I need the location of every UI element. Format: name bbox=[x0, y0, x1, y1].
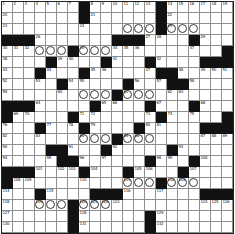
cell-r6c17[interactable] bbox=[178, 57, 189, 68]
cell-r8c10[interactable] bbox=[101, 79, 112, 90]
cell-r5c18[interactable]: 37 bbox=[189, 46, 200, 57]
cell-r2c6[interactable] bbox=[57, 13, 68, 24]
cell-r15c15[interactable]: 98 bbox=[156, 156, 167, 167]
cell-r11c19[interactable] bbox=[200, 112, 211, 123]
cell-r8c7[interactable]: 54 bbox=[68, 79, 79, 90]
cell-r5c17[interactable] bbox=[178, 46, 189, 57]
cell-r16c13[interactable]: 105 bbox=[134, 167, 145, 178]
cell-r1c14[interactable]: 13 bbox=[145, 2, 156, 13]
cell-r20c3[interactable] bbox=[24, 211, 35, 222]
cell-r16c19[interactable] bbox=[200, 167, 211, 178]
cell-r2c11[interactable] bbox=[112, 13, 123, 24]
cell-r7c6[interactable] bbox=[57, 68, 68, 79]
cell-r20c6[interactable] bbox=[57, 211, 68, 222]
cell-r21c16[interactable] bbox=[167, 222, 178, 233]
cell-r2c3[interactable] bbox=[24, 13, 35, 24]
cell-r8c5[interactable] bbox=[46, 79, 57, 90]
cell-r3c21[interactable] bbox=[222, 24, 233, 35]
cell-r15c20[interactable] bbox=[211, 156, 222, 167]
cell-r21c2[interactable] bbox=[13, 222, 24, 233]
cell-r4c20[interactable] bbox=[211, 35, 222, 46]
cell-r7c2[interactable] bbox=[13, 68, 24, 79]
cell-r4c19[interactable]: 29 bbox=[200, 35, 211, 46]
cell-r1c3[interactable]: 3 bbox=[24, 2, 35, 13]
cell-r20c17[interactable] bbox=[178, 211, 189, 222]
cell-r8c21[interactable] bbox=[222, 79, 233, 90]
cell-r7c19[interactable]: 49 bbox=[200, 68, 211, 79]
cell-r2c19[interactable] bbox=[200, 13, 211, 24]
cell-r17c5[interactable] bbox=[46, 178, 57, 189]
cell-r9c1[interactable]: 59 bbox=[2, 90, 13, 101]
cell-r13c7[interactable] bbox=[68, 134, 79, 145]
cell-r14c14[interactable] bbox=[145, 145, 156, 156]
cell-r20c8[interactable]: 128 bbox=[79, 211, 90, 222]
cell-r8c8[interactable]: 55 bbox=[79, 79, 90, 90]
cell-r6c1[interactable]: 38 bbox=[2, 57, 13, 68]
cell-r6c8[interactable] bbox=[79, 57, 90, 68]
cell-r2c9[interactable]: 21 bbox=[90, 13, 101, 24]
cell-r15c21[interactable] bbox=[222, 156, 233, 167]
cell-r11c17[interactable] bbox=[178, 112, 189, 123]
cell-r21c12[interactable] bbox=[123, 222, 134, 233]
cell-r8c18[interactable]: 58 bbox=[189, 79, 200, 90]
cell-r21c18[interactable] bbox=[189, 222, 200, 233]
cell-r20c11[interactable] bbox=[112, 211, 123, 222]
cell-r3c11[interactable] bbox=[112, 24, 123, 35]
cell-r11c13[interactable] bbox=[134, 112, 145, 123]
cell-r11c11[interactable] bbox=[112, 112, 123, 123]
cell-r21c8[interactable]: 131 bbox=[79, 222, 90, 233]
cell-r8c15[interactable]: 57 bbox=[156, 79, 167, 90]
cell-r5c16[interactable] bbox=[167, 46, 178, 57]
cell-r19c2[interactable] bbox=[13, 200, 24, 211]
cell-r2c5[interactable] bbox=[46, 13, 57, 24]
cell-r6c16[interactable] bbox=[167, 57, 178, 68]
cell-r20c4[interactable] bbox=[35, 211, 46, 222]
cell-r19c3[interactable] bbox=[24, 200, 35, 211]
cell-r19c12[interactable] bbox=[123, 200, 134, 211]
cell-r18c1[interactable]: 114 bbox=[2, 189, 13, 200]
cell-r2c4[interactable] bbox=[35, 13, 46, 24]
cell-r10c4[interactable]: 64 bbox=[35, 101, 46, 112]
cell-r1c2[interactable]: 2 bbox=[13, 2, 24, 13]
cell-r14c21[interactable] bbox=[222, 145, 233, 156]
cell-r15c9[interactable] bbox=[90, 156, 101, 167]
cell-r17c6[interactable] bbox=[57, 178, 68, 189]
circled-cell-r17c18[interactable] bbox=[189, 178, 200, 189]
cell-r6c12[interactable] bbox=[123, 57, 134, 68]
cell-r9c15[interactable] bbox=[156, 90, 167, 101]
cell-r1c12[interactable]: 11 bbox=[123, 2, 134, 13]
cell-r5c20[interactable] bbox=[211, 46, 222, 57]
cell-r1c4[interactable]: 4 bbox=[35, 2, 46, 13]
cell-r3c2[interactable] bbox=[13, 24, 24, 35]
cell-r13c5[interactable] bbox=[46, 134, 57, 145]
cell-r17c9[interactable] bbox=[90, 178, 101, 189]
cell-r20c19[interactable] bbox=[200, 211, 211, 222]
cell-r5c12[interactable]: 35 bbox=[123, 46, 134, 57]
cell-r20c13[interactable] bbox=[134, 211, 145, 222]
cell-r6c15[interactable]: 42 bbox=[156, 57, 167, 68]
circled-cell-r9c12[interactable]: 61 bbox=[123, 90, 134, 101]
cell-r17c2[interactable]: 108 bbox=[13, 178, 24, 189]
circled-cell-r17c13[interactable] bbox=[134, 178, 145, 189]
cell-r18c3[interactable] bbox=[24, 189, 35, 200]
cell-r9c20[interactable] bbox=[211, 90, 222, 101]
cell-r11c9[interactable]: 72 bbox=[90, 112, 101, 123]
cell-r13c3[interactable] bbox=[24, 134, 35, 145]
cell-r21c20[interactable] bbox=[211, 222, 222, 233]
cell-r4c16[interactable] bbox=[167, 35, 178, 46]
cell-r12c1[interactable]: 76 bbox=[2, 123, 13, 134]
cell-r15c12[interactable] bbox=[123, 156, 134, 167]
cell-r18c18[interactable] bbox=[189, 189, 200, 200]
cell-r8c2[interactable] bbox=[13, 79, 24, 90]
cell-r14c15[interactable] bbox=[156, 145, 167, 156]
circled-cell-r17c17[interactable]: 113 bbox=[178, 178, 189, 189]
cell-r18c14[interactable] bbox=[145, 189, 156, 200]
cell-r13c20[interactable]: 88 bbox=[211, 134, 222, 145]
cell-r16c4[interactable]: 101 bbox=[35, 167, 46, 178]
cell-r6c13[interactable] bbox=[134, 57, 145, 68]
cell-r18c6[interactable] bbox=[57, 189, 68, 200]
cell-r4c15[interactable]: 28 bbox=[156, 35, 167, 46]
cell-r5c3[interactable]: 32 bbox=[24, 46, 35, 57]
cell-r12c3[interactable] bbox=[24, 123, 35, 134]
cell-r19c11[interactable]: 123 bbox=[112, 200, 123, 211]
cell-r11c2[interactable]: 69 bbox=[13, 112, 24, 123]
cell-r17c3[interactable]: 109 bbox=[24, 178, 35, 189]
cell-r2c16[interactable]: 22 bbox=[167, 13, 178, 24]
cell-r1c11[interactable]: 10 bbox=[112, 2, 123, 13]
cell-r4c9[interactable] bbox=[90, 35, 101, 46]
cell-r14c8[interactable] bbox=[79, 145, 90, 156]
cell-r10c19[interactable]: 68 bbox=[200, 101, 211, 112]
cell-r14c4[interactable] bbox=[35, 145, 46, 156]
cell-r12c17[interactable] bbox=[178, 123, 189, 134]
circled-cell-r5c9[interactable] bbox=[90, 46, 101, 57]
cell-r21c6[interactable] bbox=[57, 222, 68, 233]
cell-r6c2[interactable] bbox=[13, 57, 24, 68]
cell-r13c15[interactable] bbox=[156, 134, 167, 145]
cell-r17c11[interactable] bbox=[112, 178, 123, 189]
cell-r18c17[interactable] bbox=[178, 189, 189, 200]
cell-r4c8[interactable] bbox=[79, 35, 90, 46]
circled-cell-r19c6[interactable] bbox=[57, 200, 68, 211]
cell-r11c20[interactable] bbox=[211, 112, 222, 123]
cell-r19c1[interactable]: 118 bbox=[2, 200, 13, 211]
cell-r1c7[interactable]: 7 bbox=[68, 2, 79, 13]
cell-r20c1[interactable]: 127 bbox=[2, 211, 13, 222]
cell-r21c4[interactable] bbox=[35, 222, 46, 233]
circled-cell-r13c8[interactable]: 84 bbox=[79, 134, 90, 145]
cell-r2c20[interactable] bbox=[211, 13, 222, 24]
cell-r15c11[interactable] bbox=[112, 156, 123, 167]
cell-r21c15[interactable]: 132 bbox=[156, 222, 167, 233]
cell-r9c17[interactable]: 63 bbox=[178, 90, 189, 101]
cell-r12c10[interactable] bbox=[101, 123, 112, 134]
cell-r7c20[interactable]: 50 bbox=[211, 68, 222, 79]
circled-cell-r3c18[interactable] bbox=[189, 24, 200, 35]
cell-r4c6[interactable] bbox=[57, 35, 68, 46]
cell-r1c16[interactable]: 14 bbox=[167, 2, 178, 13]
cell-r15c5[interactable]: 95 bbox=[46, 156, 57, 167]
cell-r16c15[interactable] bbox=[156, 167, 167, 178]
cell-r9c19[interactable] bbox=[200, 90, 211, 101]
cell-r17c10[interactable] bbox=[101, 178, 112, 189]
circled-cell-r19c9[interactable]: 121 bbox=[90, 200, 101, 211]
cell-r9c21[interactable] bbox=[222, 90, 233, 101]
circled-cell-r13c12[interactable]: 85 bbox=[123, 134, 134, 145]
cell-r21c21[interactable] bbox=[222, 222, 233, 233]
cell-r14c11[interactable]: 92 bbox=[112, 145, 123, 156]
cell-r19c20[interactable]: 125 bbox=[211, 200, 222, 211]
cell-r7c21[interactable]: 51 bbox=[222, 68, 233, 79]
cell-r15c8[interactable]: 96 bbox=[79, 156, 90, 167]
circled-cell-r9c9[interactable] bbox=[90, 90, 101, 101]
cell-r8c11[interactable] bbox=[112, 79, 123, 90]
cell-r14c1[interactable]: 90 bbox=[2, 145, 13, 156]
cell-r18c7[interactable] bbox=[68, 189, 79, 200]
cell-r16c20[interactable] bbox=[211, 167, 222, 178]
cell-r12c7[interactable]: 78 bbox=[68, 123, 79, 134]
cell-r14c19[interactable] bbox=[200, 145, 211, 156]
cell-r6c9[interactable] bbox=[90, 57, 101, 68]
cell-r7c5[interactable]: 44 bbox=[46, 68, 57, 79]
cell-r20c2[interactable] bbox=[13, 211, 24, 222]
cell-r19c15[interactable] bbox=[156, 200, 167, 211]
cell-r16c14[interactable]: 106 bbox=[145, 167, 156, 178]
cell-r5c15[interactable] bbox=[156, 46, 167, 57]
cell-r2c21[interactable] bbox=[222, 13, 233, 24]
circled-cell-r19c4[interactable]: 119 bbox=[35, 200, 46, 211]
cell-r7c3[interactable] bbox=[24, 68, 35, 79]
cell-r12c18[interactable] bbox=[189, 123, 200, 134]
cell-r13c17[interactable] bbox=[178, 134, 189, 145]
cell-r16c21[interactable] bbox=[222, 167, 233, 178]
cell-r19c19[interactable]: 124 bbox=[200, 200, 211, 211]
cell-r7c12[interactable] bbox=[123, 68, 134, 79]
cell-r8c9[interactable] bbox=[90, 79, 101, 90]
cell-r10c10[interactable]: 65 bbox=[101, 101, 112, 112]
cell-r21c1[interactable]: 130 bbox=[2, 222, 13, 233]
cell-r6c11[interactable]: 41 bbox=[112, 57, 123, 68]
cell-r9c3[interactable] bbox=[24, 90, 35, 101]
circled-cell-r5c4[interactable] bbox=[35, 46, 46, 57]
cell-r13c2[interactable] bbox=[13, 134, 24, 145]
cell-r4c5[interactable] bbox=[46, 35, 57, 46]
cell-r10c7[interactable] bbox=[68, 101, 79, 112]
cell-r5c1[interactable]: 30 bbox=[2, 46, 13, 57]
cell-r8c4[interactable]: 53 bbox=[35, 79, 46, 90]
cell-r17c21[interactable] bbox=[222, 178, 233, 189]
circled-cell-r3c17[interactable] bbox=[178, 24, 189, 35]
cell-r18c12[interactable]: 116 bbox=[123, 189, 134, 200]
cell-r17c4[interactable] bbox=[35, 178, 46, 189]
cell-r8c14[interactable] bbox=[145, 79, 156, 90]
cell-r10c12[interactable] bbox=[123, 101, 134, 112]
cell-r14c7[interactable]: 91 bbox=[68, 145, 79, 156]
cell-r14c17[interactable]: 93 bbox=[178, 145, 189, 156]
cell-r14c13[interactable] bbox=[134, 145, 145, 156]
cell-r15c2[interactable] bbox=[13, 156, 24, 167]
cell-r7c14[interactable]: 47 bbox=[145, 68, 156, 79]
cell-r20c9[interactable] bbox=[90, 211, 101, 222]
circled-cell-r13c10[interactable] bbox=[101, 134, 112, 145]
cell-r3c1[interactable]: 23 bbox=[2, 24, 13, 35]
cell-r18c2[interactable] bbox=[13, 189, 24, 200]
cell-r13c1[interactable]: 82 bbox=[2, 134, 13, 145]
cell-r1c21[interactable]: 19 bbox=[222, 2, 233, 13]
cell-r5c19[interactable] bbox=[200, 46, 211, 57]
cell-r9c4[interactable] bbox=[35, 90, 46, 101]
cell-r14c2[interactable] bbox=[13, 145, 24, 156]
cell-r2c17[interactable] bbox=[178, 13, 189, 24]
circled-cell-r9c10[interactable] bbox=[101, 90, 112, 101]
cell-r9c16[interactable]: 62 bbox=[167, 90, 178, 101]
cell-r19c18[interactable] bbox=[189, 200, 200, 211]
cell-r18c8[interactable] bbox=[79, 189, 90, 200]
cell-r15c13[interactable] bbox=[134, 156, 145, 167]
circled-cell-r13c14[interactable] bbox=[145, 134, 156, 145]
cell-r5c13[interactable]: 36 bbox=[134, 46, 145, 57]
cell-r9c18[interactable] bbox=[189, 90, 200, 101]
cell-r21c17[interactable] bbox=[178, 222, 189, 233]
cell-r7c9[interactable]: 45 bbox=[90, 68, 101, 79]
cell-r21c11[interactable] bbox=[112, 222, 123, 233]
cell-r18c15[interactable]: 117 bbox=[156, 189, 167, 200]
cell-r19c17[interactable] bbox=[178, 200, 189, 211]
cell-r20c10[interactable] bbox=[101, 211, 112, 222]
cell-r13c6[interactable] bbox=[57, 134, 68, 145]
cell-r2c13[interactable] bbox=[134, 13, 145, 24]
cell-r11c4[interactable] bbox=[35, 112, 46, 123]
cell-r21c19[interactable] bbox=[200, 222, 211, 233]
cell-r9c6[interactable]: 60 bbox=[57, 90, 68, 101]
cell-r7c17[interactable]: 48 bbox=[178, 68, 189, 79]
cell-r10c15[interactable]: 67 bbox=[156, 101, 167, 112]
circled-cell-r17c16[interactable]: 112 bbox=[167, 178, 178, 189]
cell-r9c2[interactable] bbox=[13, 90, 24, 101]
cell-r1c17[interactable]: 15 bbox=[178, 2, 189, 13]
cell-r20c16[interactable] bbox=[167, 211, 178, 222]
cell-r6c3[interactable] bbox=[24, 57, 35, 68]
cell-r16c18[interactable]: 107 bbox=[189, 167, 200, 178]
cell-r6c18[interactable] bbox=[189, 57, 200, 68]
cell-r20c12[interactable] bbox=[123, 211, 134, 222]
cell-r13c21[interactable]: 89 bbox=[222, 134, 233, 145]
cell-r17c7[interactable] bbox=[68, 178, 79, 189]
circled-cell-r3c16[interactable]: 25 bbox=[167, 24, 178, 35]
circled-cell-r13c13[interactable]: 86 bbox=[134, 134, 145, 145]
cell-r20c18[interactable] bbox=[189, 211, 200, 222]
cell-r3c6[interactable] bbox=[57, 24, 68, 35]
cell-r21c3[interactable] bbox=[24, 222, 35, 233]
circled-cell-r9c13[interactable] bbox=[134, 90, 145, 101]
cell-r3c3[interactable] bbox=[24, 24, 35, 35]
cell-r10c8[interactable] bbox=[79, 101, 90, 112]
cell-r10c16[interactable] bbox=[167, 101, 178, 112]
cell-r7c7[interactable] bbox=[68, 68, 79, 79]
cell-r2c18[interactable] bbox=[189, 13, 200, 24]
cell-r17c19[interactable] bbox=[200, 178, 211, 189]
cell-r2c7[interactable] bbox=[68, 13, 79, 24]
circled-cell-r5c10[interactable] bbox=[101, 46, 112, 57]
cell-r2c1[interactable]: 20 bbox=[2, 13, 13, 24]
cell-r8c20[interactable] bbox=[211, 79, 222, 90]
circled-cell-r13c9[interactable] bbox=[90, 134, 101, 145]
cell-r10c17[interactable] bbox=[178, 101, 189, 112]
cell-r14c12[interactable] bbox=[123, 145, 134, 156]
cell-r4c14[interactable]: 27 bbox=[145, 35, 156, 46]
cell-r16c10[interactable] bbox=[101, 167, 112, 178]
cell-r3c19[interactable] bbox=[200, 24, 211, 35]
cell-r11c5[interactable] bbox=[46, 112, 57, 123]
cell-r6c4[interactable] bbox=[35, 57, 46, 68]
cell-r4c17[interactable] bbox=[178, 35, 189, 46]
cell-r15c3[interactable] bbox=[24, 156, 35, 167]
circled-cell-r9c8[interactable] bbox=[79, 90, 90, 101]
cell-r1c19[interactable]: 17 bbox=[200, 2, 211, 13]
cell-r8c1[interactable]: 52 bbox=[2, 79, 13, 90]
cell-r12c16[interactable] bbox=[167, 123, 178, 134]
cell-r13c16[interactable] bbox=[167, 134, 178, 145]
cell-r3c10[interactable] bbox=[101, 24, 112, 35]
cell-r4c4[interactable]: 26 bbox=[35, 35, 46, 46]
cell-r2c2[interactable] bbox=[13, 13, 24, 24]
cell-r5c11[interactable]: 34 bbox=[112, 46, 123, 57]
cell-r8c3[interactable] bbox=[24, 79, 35, 90]
cell-r15c17[interactable] bbox=[178, 156, 189, 167]
circled-cell-r19c10[interactable]: 122 bbox=[101, 200, 112, 211]
cell-r3c4[interactable] bbox=[35, 24, 46, 35]
cell-r1c6[interactable]: 6 bbox=[57, 2, 68, 13]
cell-r1c13[interactable]: 12 bbox=[134, 2, 145, 13]
cell-r19c16[interactable] bbox=[167, 200, 178, 211]
cell-r3c7[interactable] bbox=[68, 24, 79, 35]
cell-r4c10[interactable] bbox=[101, 35, 112, 46]
cell-r11c10[interactable] bbox=[101, 112, 112, 123]
cell-r7c11[interactable] bbox=[112, 68, 123, 79]
cell-r10c11[interactable]: 66 bbox=[112, 101, 123, 112]
cell-r12c9[interactable]: 79 bbox=[90, 123, 101, 134]
circled-cell-r3c13[interactable] bbox=[134, 24, 145, 35]
cell-r11c18[interactable]: 75 bbox=[189, 112, 200, 123]
cell-r13c19[interactable]: 87 bbox=[200, 134, 211, 145]
cell-r14c20[interactable] bbox=[211, 145, 222, 156]
cell-r6c7[interactable]: 40 bbox=[68, 57, 79, 68]
cell-r2c12[interactable] bbox=[123, 13, 134, 24]
circled-cell-r17c14[interactable] bbox=[145, 178, 156, 189]
cell-r1c18[interactable]: 16 bbox=[189, 2, 200, 13]
circled-cell-r3c12[interactable] bbox=[123, 24, 134, 35]
cell-r3c8[interactable]: 24 bbox=[79, 24, 90, 35]
cell-r19c21[interactable]: 126 bbox=[222, 200, 233, 211]
cell-r14c3[interactable] bbox=[24, 145, 35, 156]
cell-r12c11[interactable] bbox=[112, 123, 123, 134]
cell-r15c1[interactable]: 94 bbox=[2, 156, 13, 167]
cell-r13c4[interactable]: 83 bbox=[35, 134, 46, 145]
cell-r3c20[interactable] bbox=[211, 24, 222, 35]
cell-r12c15[interactable]: 81 bbox=[156, 123, 167, 134]
cell-r8c13[interactable]: 56 bbox=[134, 79, 145, 90]
cell-r2c14[interactable] bbox=[145, 13, 156, 24]
cell-r11c14[interactable]: 73 bbox=[145, 112, 156, 123]
cell-r21c5[interactable] bbox=[46, 222, 57, 233]
cell-r10c13[interactable] bbox=[134, 101, 145, 112]
cell-r1c10[interactable]: 9 bbox=[101, 2, 112, 13]
cell-r1c5[interactable]: 5 bbox=[46, 2, 57, 13]
